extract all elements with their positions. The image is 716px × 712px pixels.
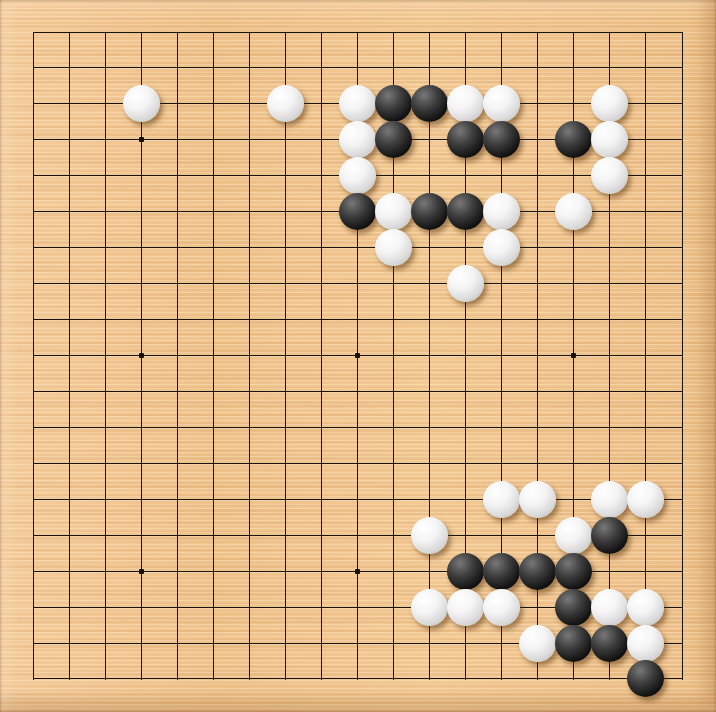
black-stone [483, 121, 520, 158]
white-stone [591, 481, 628, 518]
black-stone [591, 517, 628, 554]
white-stone [591, 121, 628, 158]
grid-line-horizontal [34, 427, 684, 428]
white-stone [519, 481, 556, 518]
grid-line-horizontal [34, 499, 684, 500]
black-stone [447, 193, 484, 230]
black-stone [555, 121, 592, 158]
white-stone [267, 85, 304, 122]
white-stone [411, 589, 448, 626]
black-stone [447, 121, 484, 158]
white-stone [483, 85, 520, 122]
white-stone [483, 193, 520, 230]
go-board[interactable] [0, 0, 716, 712]
white-stone [483, 481, 520, 518]
grid-line-horizontal [34, 67, 684, 68]
grid-line-vertical [682, 32, 683, 680]
star-point [571, 353, 576, 358]
grid-line-vertical [33, 32, 34, 680]
black-stone [375, 121, 412, 158]
grid-line-horizontal [34, 391, 684, 392]
star-point [139, 137, 144, 142]
black-stone [411, 193, 448, 230]
black-stone [627, 660, 664, 697]
black-stone [411, 85, 448, 122]
white-stone [375, 193, 412, 230]
black-stone [447, 553, 484, 590]
grid-line-horizontal [34, 463, 684, 464]
white-stone [123, 85, 160, 122]
white-stone [339, 85, 376, 122]
grid-line-vertical [105, 32, 106, 680]
grid-line-vertical [645, 32, 646, 680]
grid-line-vertical [321, 32, 322, 680]
star-point [139, 569, 144, 574]
white-stone [555, 517, 592, 554]
white-stone [627, 625, 664, 662]
black-stone [339, 193, 376, 230]
white-stone [339, 121, 376, 158]
white-stone [627, 589, 664, 626]
grid-line-vertical [177, 32, 178, 680]
grid-line-horizontal [34, 319, 684, 320]
white-stone [591, 589, 628, 626]
black-stone [555, 625, 592, 662]
star-point [139, 353, 144, 358]
white-stone [375, 229, 412, 266]
white-stone [447, 85, 484, 122]
white-stone [519, 625, 556, 662]
black-stone [555, 589, 592, 626]
black-stone [483, 553, 520, 590]
grid-line-vertical [69, 32, 70, 680]
white-stone [411, 517, 448, 554]
black-stone [555, 553, 592, 590]
black-stone [519, 553, 556, 590]
star-point [355, 569, 360, 574]
white-stone [555, 193, 592, 230]
grid-line-horizontal [34, 283, 684, 284]
black-stone [375, 85, 412, 122]
white-stone [339, 157, 376, 194]
black-stone [591, 625, 628, 662]
white-stone [483, 589, 520, 626]
white-stone [591, 85, 628, 122]
grid-line-vertical [249, 32, 250, 680]
white-stone [627, 481, 664, 518]
white-stone [483, 229, 520, 266]
screenshot-stage [0, 0, 716, 712]
grid-line-vertical [285, 32, 286, 680]
grid-line-vertical [213, 32, 214, 680]
grid-line-horizontal [34, 678, 684, 679]
grid-line-horizontal [34, 247, 684, 248]
grid-line-horizontal [34, 32, 684, 33]
white-stone [591, 157, 628, 194]
white-stone [447, 265, 484, 302]
star-point [355, 353, 360, 358]
white-stone [447, 589, 484, 626]
grid-line-vertical [429, 32, 430, 680]
